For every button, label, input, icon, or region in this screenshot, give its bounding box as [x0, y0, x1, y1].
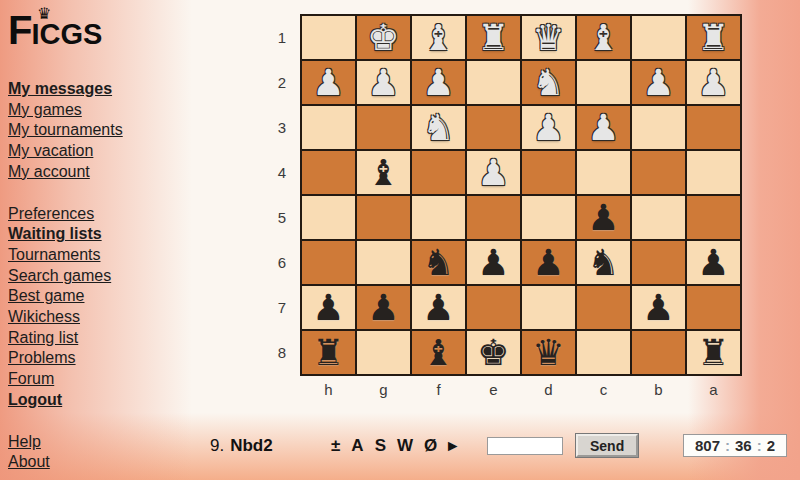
rank-label-2: 2 [278, 74, 286, 91]
symbol-play-triangle-link[interactable]: ▸ [448, 436, 457, 455]
file-label-c: c [600, 381, 608, 398]
symbol-w-link[interactable]: W [397, 436, 413, 455]
white-rook-icon: ♜ [477, 16, 509, 59]
square-d2[interactable]: ♞ [522, 61, 575, 104]
rank-label-8: 8 [278, 344, 286, 361]
square-d3[interactable]: ♟ [522, 106, 575, 149]
square-c5[interactable]: ♟ [577, 196, 630, 239]
square-e5[interactable] [467, 196, 520, 239]
square-h5[interactable] [302, 196, 355, 239]
black-bishop-icon: ♝ [367, 151, 399, 194]
square-a6[interactable]: ♟ [687, 241, 740, 284]
logo-letter-f: F [8, 8, 31, 52]
square-b2[interactable]: ♟ [632, 61, 685, 104]
square-d8[interactable]: ♛ [522, 331, 575, 374]
square-a4[interactable] [687, 151, 740, 194]
black-rook-icon: ♜ [697, 331, 729, 374]
square-c2[interactable] [577, 61, 630, 104]
square-g7[interactable]: ♟ [357, 286, 410, 329]
square-g2[interactable]: ♟ [357, 61, 410, 104]
square-c8[interactable] [577, 331, 630, 374]
square-e8[interactable]: ♚ [467, 331, 520, 374]
square-h6[interactable] [302, 241, 355, 284]
symbol-a-link[interactable]: A [351, 436, 363, 455]
white-bishop-icon: ♝ [422, 16, 454, 59]
square-h7[interactable]: ♟ [302, 286, 355, 329]
sidebar-item-best-game[interactable]: Best game [8, 286, 268, 307]
square-h4[interactable] [302, 151, 355, 194]
white-pawn-icon: ♟ [642, 61, 674, 104]
square-e4[interactable]: ♟ [467, 151, 520, 194]
white-pawn-icon: ♟ [312, 61, 344, 104]
rank-labels: 12345678 [270, 14, 294, 376]
rank-label-5: 5 [278, 209, 286, 226]
square-g8[interactable] [357, 331, 410, 374]
white-queen-icon: ♛ [532, 16, 564, 59]
black-pawn-icon: ♟ [697, 241, 729, 284]
black-queen-icon: ♛ [532, 331, 564, 374]
rank-label-1: 1 [278, 29, 286, 46]
white-pawn-icon: ♟ [587, 106, 619, 149]
sidebar-item-my-games[interactable]: My games [8, 100, 268, 121]
ficgs-logo[interactable]: ♛FICGS [8, 8, 102, 53]
sidebar-item-wikichess[interactable]: Wikichess [8, 307, 268, 328]
move-number: 9. [210, 436, 224, 455]
square-c7[interactable] [577, 286, 630, 329]
square-h3[interactable] [302, 106, 355, 149]
square-c1[interactable]: ♝ [577, 16, 630, 59]
square-h1[interactable] [302, 16, 355, 59]
square-b1[interactable] [632, 16, 685, 59]
square-e6[interactable]: ♟ [467, 241, 520, 284]
square-e7[interactable] [467, 286, 520, 329]
sidebar-item-my-vacation[interactable]: My vacation [8, 141, 268, 162]
move-input[interactable] [487, 437, 563, 455]
black-pawn-icon: ♟ [477, 241, 509, 284]
square-a8[interactable]: ♜ [687, 331, 740, 374]
black-rook-icon: ♜ [312, 331, 344, 374]
chess-board: ♚♝♜♛♝♜♟♟♟♞♟♟♞♟♟♝♟♟♞♟♟♞♟♟♟♟♟♜♝♚♛♜ [300, 14, 742, 376]
square-a2[interactable]: ♟ [687, 61, 740, 104]
white-pawn-icon: ♟ [367, 61, 399, 104]
square-b8[interactable] [632, 331, 685, 374]
move-symbols: ±ASWØ▸ [331, 435, 468, 456]
black-pawn-icon: ♟ [312, 286, 344, 329]
black-pawn-icon: ♟ [587, 196, 619, 239]
square-a3[interactable] [687, 106, 740, 149]
file-label-d: d [544, 381, 552, 398]
clock-part: 36 [735, 437, 752, 454]
square-g4[interactable]: ♝ [357, 151, 410, 194]
black-knight-icon: ♞ [587, 241, 619, 284]
black-bishop-icon: ♝ [422, 331, 454, 374]
square-d4[interactable] [522, 151, 575, 194]
crown-icon: ♛ [37, 4, 51, 23]
white-pawn-icon: ♟ [477, 151, 509, 194]
sidebar-item-tournaments[interactable]: Tournaments [8, 245, 268, 266]
time-remaining: 807:36:2 [683, 434, 787, 457]
sidebar-group: My messagesMy gamesMy tournamentsMy vaca… [8, 79, 268, 183]
sidebar-item-rating-list[interactable]: Rating list [8, 328, 268, 349]
square-d1[interactable]: ♛ [522, 16, 575, 59]
black-knight-icon: ♞ [422, 241, 454, 284]
rank-label-4: 4 [278, 164, 286, 181]
white-pawn-icon: ♟ [697, 61, 729, 104]
square-e1[interactable]: ♜ [467, 16, 520, 59]
square-b5[interactable] [632, 196, 685, 239]
white-knight-icon: ♞ [422, 106, 454, 149]
sidebar-menu: My messagesMy gamesMy tournamentsMy vaca… [8, 79, 268, 473]
square-g6[interactable] [357, 241, 410, 284]
clock-part: 2 [767, 437, 775, 454]
file-label-f: f [436, 381, 440, 398]
square-d5[interactable] [522, 196, 575, 239]
square-b4[interactable] [632, 151, 685, 194]
square-f7[interactable]: ♟ [412, 286, 465, 329]
clock-part: 807 [695, 437, 720, 454]
send-button[interactable]: Send [576, 434, 638, 457]
square-f5[interactable] [412, 196, 465, 239]
square-c3[interactable]: ♟ [577, 106, 630, 149]
white-bishop-icon: ♝ [587, 16, 619, 59]
white-rook-icon: ♜ [697, 16, 729, 59]
square-h2[interactable]: ♟ [302, 61, 355, 104]
clock-separator: : [757, 437, 762, 454]
white-pawn-icon: ♟ [422, 61, 454, 104]
square-g5[interactable] [357, 196, 410, 239]
last-move-san: Nbd2 [230, 436, 273, 455]
square-b6[interactable] [632, 241, 685, 284]
square-c6[interactable]: ♞ [577, 241, 630, 284]
sidebar-group: PreferencesWaiting listsTournamentsSearc… [8, 204, 268, 411]
square-b3[interactable] [632, 106, 685, 149]
sidebar-item-problems[interactable]: Problems [8, 348, 268, 369]
last-move-display: 9.Nbd2 [210, 436, 273, 456]
square-h8[interactable]: ♜ [302, 331, 355, 374]
square-e2[interactable] [467, 61, 520, 104]
black-pawn-icon: ♟ [532, 241, 564, 284]
square-c4[interactable] [577, 151, 630, 194]
rank-label-7: 7 [278, 299, 286, 316]
square-f6[interactable]: ♞ [412, 241, 465, 284]
sidebar-item-my-account[interactable]: My account [8, 162, 268, 183]
white-knight-icon: ♞ [532, 61, 564, 104]
file-labels: hgfedcba [300, 381, 742, 398]
sidebar-item-forum[interactable]: Forum [8, 369, 268, 390]
symbol-plus-minus-link[interactable]: ± [331, 436, 340, 455]
square-d7[interactable] [522, 286, 575, 329]
square-g3[interactable] [357, 106, 410, 149]
rank-label-3: 3 [278, 119, 286, 136]
square-a7[interactable] [687, 286, 740, 329]
sidebar-item-my-messages[interactable]: My messages [8, 79, 268, 100]
white-pawn-icon: ♟ [532, 106, 564, 149]
square-e3[interactable] [467, 106, 520, 149]
black-pawn-icon: ♟ [642, 286, 674, 329]
square-a5[interactable] [687, 196, 740, 239]
file-label-h: h [324, 381, 332, 398]
white-king-icon: ♚ [367, 16, 399, 59]
sidebar-item-preferences[interactable]: Preferences [8, 204, 268, 225]
symbol-null-move-link[interactable]: Ø [424, 436, 437, 455]
square-g1[interactable]: ♚ [357, 16, 410, 59]
sidebar-item-search-games[interactable]: Search games [8, 266, 268, 287]
black-pawn-icon: ♟ [422, 286, 454, 329]
sidebar-item-my-tournaments[interactable]: My tournaments [8, 120, 268, 141]
file-label-e: e [489, 381, 497, 398]
square-f3[interactable]: ♞ [412, 106, 465, 149]
square-d6[interactable]: ♟ [522, 241, 575, 284]
square-b7[interactable]: ♟ [632, 286, 685, 329]
file-label-b: b [654, 381, 662, 398]
square-f4[interactable] [412, 151, 465, 194]
clock-separator: : [725, 437, 730, 454]
square-f1[interactable]: ♝ [412, 16, 465, 59]
file-label-a: a [709, 381, 717, 398]
black-pawn-icon: ♟ [367, 286, 399, 329]
square-f8[interactable]: ♝ [412, 331, 465, 374]
file-label-g: g [379, 381, 387, 398]
rank-label-6: 6 [278, 254, 286, 271]
sidebar-item-waiting-lists[interactable]: Waiting lists [8, 224, 268, 245]
black-king-icon: ♚ [477, 331, 509, 374]
page: ♛FICGS My messagesMy gamesMy tournaments… [0, 0, 800, 480]
sidebar-item-logout[interactable]: Logout [8, 390, 268, 411]
square-f2[interactable]: ♟ [412, 61, 465, 104]
symbol-s-link[interactable]: S [375, 436, 386, 455]
square-a1[interactable]: ♜ [687, 16, 740, 59]
